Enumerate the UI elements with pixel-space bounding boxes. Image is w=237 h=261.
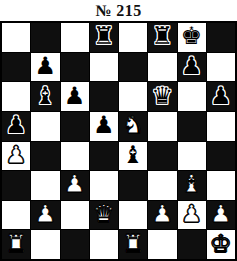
puzzle-number: № 215 bbox=[0, 0, 237, 21]
white-pawn: ♟ bbox=[181, 202, 203, 226]
square-b8 bbox=[31, 23, 59, 52]
white-pawn: ♟ bbox=[5, 143, 27, 167]
black-pawn: ♟ bbox=[181, 54, 203, 78]
black-king: ♚ bbox=[181, 24, 203, 48]
black-bishop: ♝ bbox=[122, 143, 144, 167]
square-b4 bbox=[31, 142, 59, 171]
square-g1 bbox=[178, 230, 206, 259]
square-e1: ♜ bbox=[119, 230, 147, 259]
square-a6 bbox=[2, 82, 30, 111]
square-g5 bbox=[178, 112, 206, 141]
white-pawn: ♟ bbox=[64, 172, 86, 196]
square-h3 bbox=[207, 171, 235, 200]
square-h1: ♚ bbox=[207, 230, 235, 259]
white-pawn: ♟ bbox=[210, 202, 232, 226]
square-c1 bbox=[61, 230, 89, 259]
square-d5: ♟ bbox=[90, 112, 118, 141]
white-pawn: ♟ bbox=[152, 202, 174, 226]
square-g3: ♝ bbox=[178, 171, 206, 200]
square-b6: ♝ bbox=[31, 82, 59, 111]
chess-board: ♜♜♚♟♟♝♟♛♟♟♟♞♟♝♟♝♟♛♟♟♟♜♜♚ bbox=[2, 23, 235, 259]
square-d3 bbox=[90, 171, 118, 200]
square-e7 bbox=[119, 53, 147, 82]
black-rook: ♜ bbox=[93, 24, 115, 48]
black-pawn: ♟ bbox=[64, 84, 86, 108]
square-c6: ♟ bbox=[61, 82, 89, 111]
square-b2: ♟ bbox=[31, 201, 59, 230]
square-f3 bbox=[148, 171, 176, 200]
square-h6: ♟ bbox=[207, 82, 235, 111]
square-a5: ♟ bbox=[2, 112, 30, 141]
square-b7: ♟ bbox=[31, 53, 59, 82]
square-f2: ♟ bbox=[148, 201, 176, 230]
square-h7 bbox=[207, 53, 235, 82]
square-h2: ♟ bbox=[207, 201, 235, 230]
square-b1 bbox=[31, 230, 59, 259]
square-f4 bbox=[148, 142, 176, 171]
square-a7 bbox=[2, 53, 30, 82]
puzzle-diagram: № 215 ♜♜♚♟♟♝♟♛♟♟♟♞♟♝♟♝♟♛♟♟♟♜♜♚ bbox=[0, 0, 237, 261]
square-g2: ♟ bbox=[178, 201, 206, 230]
black-pawn: ♟ bbox=[5, 113, 27, 137]
square-f8: ♜ bbox=[148, 23, 176, 52]
square-e6 bbox=[119, 82, 147, 111]
chess-board-frame: ♜♜♚♟♟♝♟♛♟♟♟♞♟♝♟♝♟♛♟♟♟♜♜♚ bbox=[0, 21, 237, 261]
white-bishop: ♝ bbox=[181, 172, 203, 196]
square-d7 bbox=[90, 53, 118, 82]
black-rook: ♜ bbox=[152, 24, 174, 48]
black-pawn: ♟ bbox=[210, 84, 232, 108]
square-a3 bbox=[2, 171, 30, 200]
square-e8 bbox=[119, 23, 147, 52]
white-king: ♚ bbox=[210, 232, 232, 256]
black-pawn: ♟ bbox=[35, 54, 57, 78]
square-h8 bbox=[207, 23, 235, 52]
black-queen: ♛ bbox=[152, 84, 174, 108]
square-e3 bbox=[119, 171, 147, 200]
square-h5 bbox=[207, 112, 235, 141]
white-queen: ♛ bbox=[93, 202, 115, 226]
square-f1 bbox=[148, 230, 176, 259]
black-pawn: ♟ bbox=[93, 113, 115, 137]
white-rook: ♜ bbox=[122, 232, 144, 256]
white-rook: ♜ bbox=[5, 232, 27, 256]
square-f7 bbox=[148, 53, 176, 82]
square-d4 bbox=[90, 142, 118, 171]
square-d8: ♜ bbox=[90, 23, 118, 52]
square-e5: ♞ bbox=[119, 112, 147, 141]
square-f5 bbox=[148, 112, 176, 141]
square-g8: ♚ bbox=[178, 23, 206, 52]
square-c4 bbox=[61, 142, 89, 171]
square-c2 bbox=[61, 201, 89, 230]
square-c7 bbox=[61, 53, 89, 82]
square-g4 bbox=[178, 142, 206, 171]
square-a1: ♜ bbox=[2, 230, 30, 259]
square-c3: ♟ bbox=[61, 171, 89, 200]
square-g7: ♟ bbox=[178, 53, 206, 82]
square-f6: ♛ bbox=[148, 82, 176, 111]
black-bishop: ♝ bbox=[35, 84, 57, 108]
square-b3 bbox=[31, 171, 59, 200]
square-b5 bbox=[31, 112, 59, 141]
square-g6 bbox=[178, 82, 206, 111]
white-knight: ♞ bbox=[122, 113, 144, 137]
square-d1 bbox=[90, 230, 118, 259]
square-a8 bbox=[2, 23, 30, 52]
square-c8 bbox=[61, 23, 89, 52]
white-pawn: ♟ bbox=[35, 202, 57, 226]
square-a2 bbox=[2, 201, 30, 230]
square-d2: ♛ bbox=[90, 201, 118, 230]
square-h4 bbox=[207, 142, 235, 171]
square-e2 bbox=[119, 201, 147, 230]
square-a4: ♟ bbox=[2, 142, 30, 171]
square-d6 bbox=[90, 82, 118, 111]
square-c5 bbox=[61, 112, 89, 141]
square-e4: ♝ bbox=[119, 142, 147, 171]
